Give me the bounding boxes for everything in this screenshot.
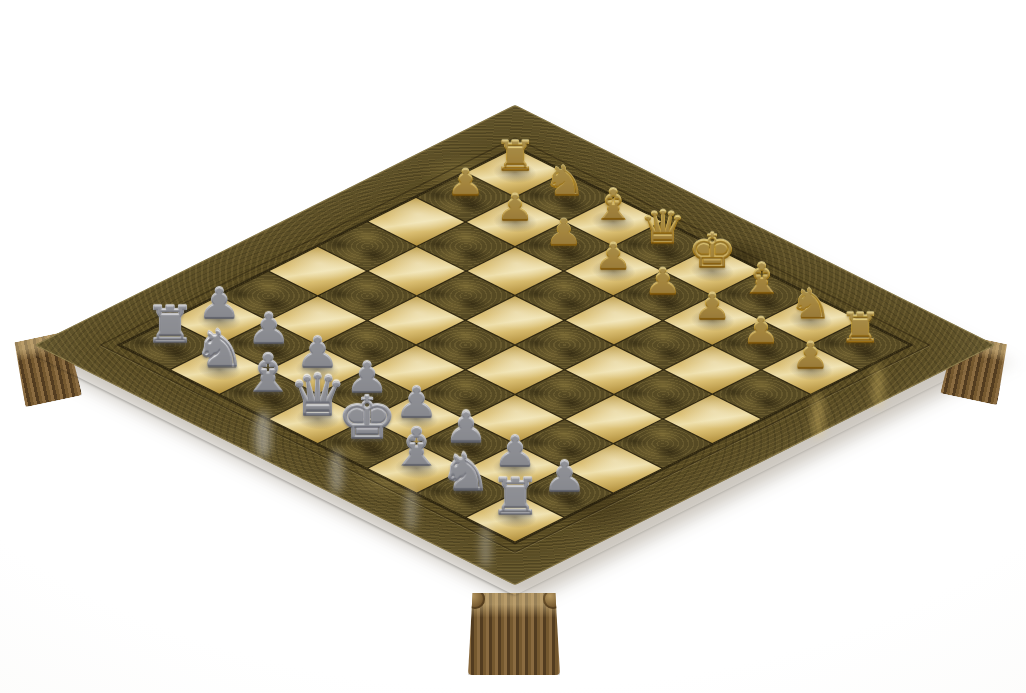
gold-pawn-icon: ♟ (792, 337, 830, 373)
silver-king-icon: ♚ (337, 389, 398, 448)
gold-pawn-icon: ♟ (496, 189, 534, 225)
gold-bishop-icon: ♝ (592, 183, 636, 225)
silver-knight-icon: ♞ (439, 446, 492, 497)
chess-board: ♜♞♝♛♚♝♞♜♟♟♟♟♟♟♟♟♟♟♟♟♟♟♟♟♜♞♝♛♚♝♞♜ (34, 105, 996, 586)
gold-pawn-icon: ♟ (447, 164, 485, 200)
silver-rook-icon: ♜ (489, 472, 541, 522)
silver-pawn-icon: ♟ (542, 455, 586, 497)
silver-rook-icon: ♜ (144, 299, 196, 349)
silver-pawn-icon: ♟ (493, 430, 537, 472)
board-foot-front-corner (468, 593, 560, 675)
gold-rook-icon: ♜ (494, 135, 536, 175)
gold-pawn-icon: ♟ (694, 288, 732, 324)
gold-pawn-icon: ♟ (743, 312, 781, 348)
board-grid: ♜♞♝♛♚♝♞♜♟♟♟♟♟♟♟♟♟♟♟♟♟♟♟♟♜♞♝♛♚♝♞♜ (119, 147, 911, 543)
gold-queen-icon: ♛ (639, 204, 686, 250)
silver-knight-icon: ♞ (193, 323, 246, 374)
chess-set-photo: ♜♞♝♛♚♝♞♜♟♟♟♟♟♟♟♟♟♟♟♟♟♟♟♟♜♞♝♛♚♝♞♜ (0, 0, 1026, 693)
gold-knight-icon: ♞ (790, 282, 833, 323)
silver-bishop-icon: ♝ (389, 420, 443, 472)
gold-knight-icon: ♞ (543, 159, 586, 200)
gold-king-icon: ♚ (688, 227, 737, 275)
gold-pawn-icon: ♟ (595, 238, 633, 274)
gold-pawn-icon: ♟ (546, 214, 584, 250)
gold-rook-icon: ♜ (839, 308, 881, 348)
gold-bishop-icon: ♝ (740, 257, 784, 299)
gold-pawn-icon: ♟ (644, 263, 682, 299)
silver-bishop-icon: ♝ (241, 346, 295, 398)
